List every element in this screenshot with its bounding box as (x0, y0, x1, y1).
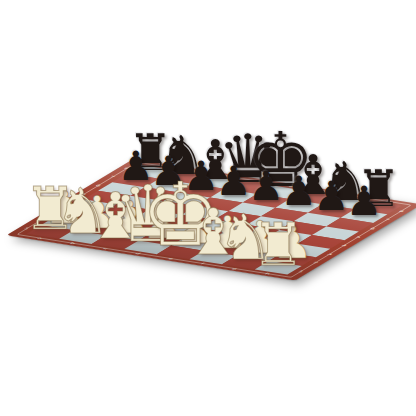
piece-white-rook[interactable]: ♜ (252, 215, 305, 274)
coordinate-label: 3 (326, 253, 333, 256)
piece-black-pawn[interactable]: ♟ (281, 172, 317, 212)
piece-black-pawn[interactable]: ♟ (346, 182, 382, 222)
pieces-layer: ♜♞♝♛♚♝♞♜♟♟♟♟♟♟♟♟♟♟♟♟♟♟♟♟♜♞♝♛♚♝♞♜ (0, 0, 416, 416)
coordinate-label: 2 (312, 261, 319, 264)
coordinate-label: 7 (383, 218, 390, 221)
coordinate-label: 5 (355, 236, 362, 239)
piece-black-pawn[interactable]: ♟ (313, 177, 349, 217)
square-h5[interactable] (312, 226, 359, 240)
chess-set-photo: abcdefgh abcdefgh 87654321 87654321 ♜♞♝♛… (0, 0, 416, 416)
coordinate-label: 4 (341, 244, 348, 247)
coordinate-label: 6 (369, 227, 376, 230)
